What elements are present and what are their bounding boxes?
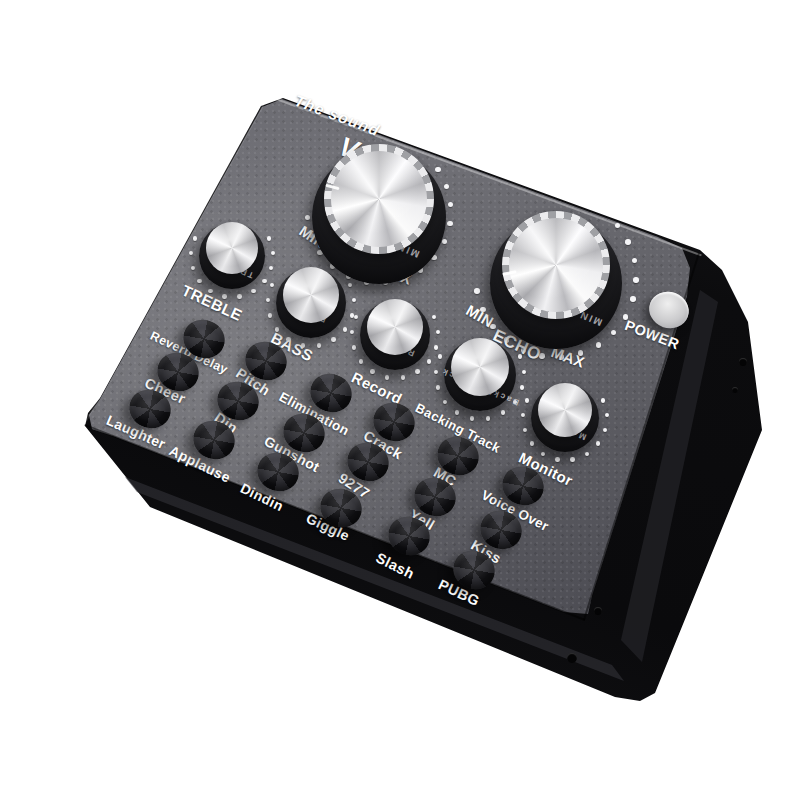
mic-scale-dot [305, 215, 311, 221]
treble-scale-dot [193, 236, 198, 241]
echo-scale-dot [633, 277, 639, 283]
echo-scale-dot [625, 239, 631, 245]
monitor-scale-dot [555, 457, 560, 462]
monitor-knob[interactable] [538, 383, 592, 437]
bass-scale-dot [268, 313, 273, 318]
backing-track-knob[interactable] [451, 338, 509, 396]
mic-scale-dot [442, 239, 448, 245]
echo-scale-dot [474, 288, 480, 294]
monitor-scale-dot [530, 441, 535, 446]
backing-track-scale-dot [486, 416, 491, 421]
bass-scale-dot [317, 343, 322, 348]
mic-knob[interactable] [324, 144, 434, 254]
record-scale-dot [385, 375, 390, 380]
record-scale-dot [415, 369, 420, 374]
backing-track-scale-dot [438, 354, 443, 359]
monitor-scale-dot [601, 398, 606, 403]
record-knob[interactable] [367, 299, 423, 355]
treble-scale-dot [237, 294, 242, 299]
record-scale-dot [370, 369, 375, 374]
treble-scale-dot [191, 266, 196, 271]
backing-track-scale-dot [470, 416, 475, 421]
echo-scale-dot [630, 296, 636, 302]
side-port-2 [567, 653, 577, 663]
side-port-1 [594, 607, 602, 615]
echo-scale-dot [623, 314, 629, 320]
echo-knob-face [509, 218, 603, 312]
product-photo-stage: The soundVPOWERMIN MIC MAXMINMICMAXMIN E… [0, 0, 800, 800]
backing-track-scale-dot [518, 354, 523, 359]
treble-scale-dot [251, 289, 256, 294]
side-port-4 [732, 387, 738, 393]
record-scale-dot [401, 375, 406, 380]
mic-scale-dot [447, 221, 453, 227]
echo-scale-dot [596, 342, 602, 348]
bass-scale-dot [343, 327, 348, 332]
bass-scale-dot [331, 337, 336, 342]
echo-scale-dot [632, 258, 638, 264]
monitor-scale-dot [570, 457, 575, 462]
backing-track-scale-dot [501, 410, 506, 415]
record-scale-dot [427, 359, 432, 364]
record-scale-dot [434, 345, 439, 350]
monitor-scale-dot [525, 398, 530, 403]
mic-knob-face [331, 151, 427, 247]
bass-knob[interactable] [283, 267, 339, 323]
record-scale-dot [359, 359, 364, 364]
treble-scale-dot [197, 279, 202, 284]
treble-knob[interactable] [206, 222, 258, 274]
record-scale-dot [352, 345, 357, 350]
echo-knob[interactable] [502, 211, 610, 319]
side-port-3 [739, 358, 747, 366]
treble-scale-dot [262, 279, 267, 284]
backing-track-scale-dot [436, 385, 441, 390]
